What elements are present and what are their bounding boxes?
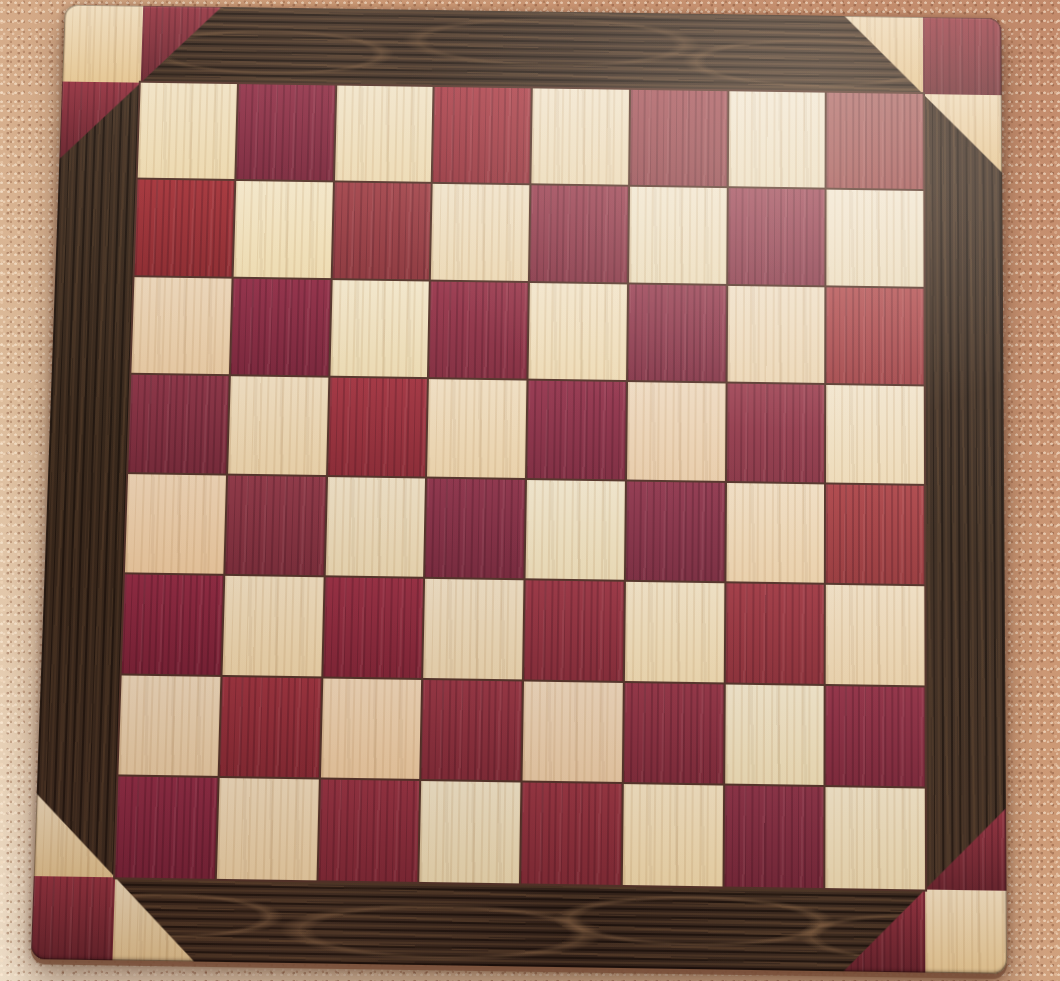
square-g2[interactable] (725, 684, 824, 785)
chess-board (31, 5, 1007, 974)
square-f5[interactable] (627, 382, 725, 481)
square-b8[interactable] (236, 84, 335, 180)
square-h5[interactable] (826, 385, 924, 484)
square-c4[interactable] (325, 477, 425, 576)
square-c6[interactable] (330, 280, 429, 378)
square-g8[interactable] (728, 91, 825, 187)
square-f6[interactable] (628, 284, 726, 382)
square-f7[interactable] (629, 186, 727, 283)
square-e7[interactable] (530, 185, 628, 282)
corner-square-purpleheart-bottom-left (31, 876, 115, 960)
square-g6[interactable] (727, 285, 825, 383)
square-a1[interactable] (115, 777, 217, 879)
square-d5[interactable] (427, 379, 526, 478)
square-g1[interactable] (724, 786, 824, 888)
square-c1[interactable] (318, 780, 419, 882)
square-c7[interactable] (332, 182, 431, 279)
square-h7[interactable] (827, 189, 924, 286)
corner-square-maple-bottom-right (925, 890, 1007, 974)
square-h1[interactable] (826, 787, 926, 889)
square-b7[interactable] (233, 181, 332, 278)
square-b6[interactable] (231, 278, 331, 376)
carpet-background (0, 0, 1060, 981)
square-e8[interactable] (531, 88, 628, 184)
square-e1[interactable] (521, 783, 622, 885)
corner-square-purpleheart-top-right (923, 17, 1002, 95)
square-f8[interactable] (630, 90, 727, 186)
square-d4[interactable] (425, 479, 525, 578)
square-d3[interactable] (423, 579, 523, 679)
square-f2[interactable] (624, 682, 724, 783)
square-g3[interactable] (725, 583, 824, 683)
square-c8[interactable] (335, 86, 433, 182)
square-b2[interactable] (219, 676, 320, 777)
square-h2[interactable] (826, 685, 925, 786)
square-f4[interactable] (626, 481, 725, 581)
square-b3[interactable] (222, 576, 323, 676)
square-h3[interactable] (826, 585, 925, 685)
square-h4[interactable] (826, 484, 924, 584)
square-c2[interactable] (320, 678, 421, 779)
square-e2[interactable] (523, 681, 623, 782)
square-e5[interactable] (527, 381, 626, 480)
square-a5[interactable] (128, 375, 228, 474)
square-d7[interactable] (431, 184, 529, 281)
square-a4[interactable] (125, 474, 226, 573)
square-c3[interactable] (323, 577, 423, 677)
square-h6[interactable] (826, 287, 923, 385)
square-g7[interactable] (728, 188, 825, 285)
square-g5[interactable] (727, 384, 825, 483)
square-d1[interactable] (420, 781, 521, 883)
square-d2[interactable] (421, 679, 522, 780)
square-e6[interactable] (528, 283, 626, 381)
square-a7[interactable] (135, 179, 235, 276)
square-d6[interactable] (429, 281, 528, 379)
square-c5[interactable] (328, 378, 428, 477)
square-a2[interactable] (118, 675, 220, 776)
square-b5[interactable] (228, 376, 328, 475)
square-f3[interactable] (625, 582, 724, 682)
square-a8[interactable] (138, 83, 237, 179)
square-e3[interactable] (524, 580, 624, 680)
corner-square-maple-top-left (62, 5, 143, 83)
square-a6[interactable] (131, 277, 231, 375)
square-e4[interactable] (526, 480, 625, 579)
square-g4[interactable] (726, 483, 824, 583)
square-a3[interactable] (122, 574, 223, 674)
square-f1[interactable] (623, 784, 723, 886)
playing-area (115, 83, 925, 890)
square-h8[interactable] (827, 93, 924, 189)
square-b4[interactable] (225, 476, 325, 575)
square-b1[interactable] (217, 778, 319, 880)
square-d8[interactable] (433, 87, 531, 183)
